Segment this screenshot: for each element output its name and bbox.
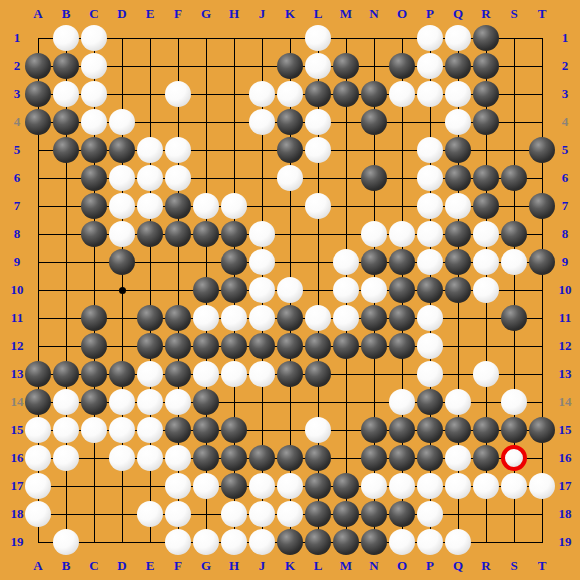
intersection-J13[interactable] (248, 360, 276, 388)
intersection-E12[interactable] (136, 332, 164, 360)
intersection-G2[interactable] (192, 52, 220, 80)
intersection-J14[interactable] (248, 388, 276, 416)
intersection-G16[interactable] (192, 444, 220, 472)
intersection-F18[interactable] (164, 500, 192, 528)
intersection-E13[interactable] (136, 360, 164, 388)
intersection-N10[interactable] (360, 276, 388, 304)
intersection-S16[interactable] (500, 444, 528, 472)
intersection-L18[interactable] (304, 500, 332, 528)
intersection-S1[interactable] (500, 24, 528, 52)
intersection-C4[interactable] (80, 108, 108, 136)
intersection-S12[interactable] (500, 332, 528, 360)
intersection-H9[interactable] (220, 248, 248, 276)
intersection-D17[interactable] (108, 472, 136, 500)
intersection-O4[interactable] (388, 108, 416, 136)
intersection-H7[interactable] (220, 192, 248, 220)
intersection-L7[interactable] (304, 192, 332, 220)
intersection-Q5[interactable] (444, 136, 472, 164)
intersection-E10[interactable] (136, 276, 164, 304)
intersection-D4[interactable] (108, 108, 136, 136)
intersection-R12[interactable] (472, 332, 500, 360)
intersection-R2[interactable] (472, 52, 500, 80)
intersection-J10[interactable] (248, 276, 276, 304)
intersection-L16[interactable] (304, 444, 332, 472)
intersection-J7[interactable] (248, 192, 276, 220)
intersection-S17[interactable] (500, 472, 528, 500)
intersection-F10[interactable] (164, 276, 192, 304)
intersection-K3[interactable] (276, 80, 304, 108)
intersection-Q18[interactable] (444, 500, 472, 528)
intersection-O3[interactable] (388, 80, 416, 108)
intersection-B12[interactable] (52, 332, 80, 360)
intersection-B6[interactable] (52, 164, 80, 192)
intersection-F9[interactable] (164, 248, 192, 276)
intersection-P18[interactable] (416, 500, 444, 528)
intersection-B19[interactable] (52, 528, 80, 556)
intersection-L17[interactable] (304, 472, 332, 500)
intersection-J1[interactable] (248, 24, 276, 52)
intersection-Q12[interactable] (444, 332, 472, 360)
intersection-B11[interactable] (52, 304, 80, 332)
intersection-B1[interactable] (52, 24, 80, 52)
intersection-P3[interactable] (416, 80, 444, 108)
intersection-K7[interactable] (276, 192, 304, 220)
intersection-G5[interactable] (192, 136, 220, 164)
intersection-F16[interactable] (164, 444, 192, 472)
intersection-R6[interactable] (472, 164, 500, 192)
intersection-M12[interactable] (332, 332, 360, 360)
intersection-H2[interactable] (220, 52, 248, 80)
intersection-E7[interactable] (136, 192, 164, 220)
intersection-Q10[interactable] (444, 276, 472, 304)
intersection-D14[interactable] (108, 388, 136, 416)
intersection-L14[interactable] (304, 388, 332, 416)
intersection-C7[interactable] (80, 192, 108, 220)
intersection-D11[interactable] (108, 304, 136, 332)
intersection-J18[interactable] (248, 500, 276, 528)
intersection-R19[interactable] (472, 528, 500, 556)
intersection-F6[interactable] (164, 164, 192, 192)
intersection-F5[interactable] (164, 136, 192, 164)
intersection-G13[interactable] (192, 360, 220, 388)
intersection-J17[interactable] (248, 472, 276, 500)
intersection-P13[interactable] (416, 360, 444, 388)
intersection-M11[interactable] (332, 304, 360, 332)
intersection-R18[interactable] (472, 500, 500, 528)
intersection-S6[interactable] (500, 164, 528, 192)
intersection-G7[interactable] (192, 192, 220, 220)
intersection-R1[interactable] (472, 24, 500, 52)
intersection-O18[interactable] (388, 500, 416, 528)
intersection-E11[interactable] (136, 304, 164, 332)
intersection-D8[interactable] (108, 220, 136, 248)
intersection-L19[interactable] (304, 528, 332, 556)
intersection-D10[interactable] (108, 276, 136, 304)
intersection-R9[interactable] (472, 248, 500, 276)
intersection-K2[interactable] (276, 52, 304, 80)
intersection-N11[interactable] (360, 304, 388, 332)
intersection-D7[interactable] (108, 192, 136, 220)
intersection-J5[interactable] (248, 136, 276, 164)
intersection-G17[interactable] (192, 472, 220, 500)
intersection-P15[interactable] (416, 416, 444, 444)
intersection-F12[interactable] (164, 332, 192, 360)
intersection-P16[interactable] (416, 444, 444, 472)
intersection-K11[interactable] (276, 304, 304, 332)
intersection-K5[interactable] (276, 136, 304, 164)
intersection-P5[interactable] (416, 136, 444, 164)
intersection-P4[interactable] (416, 108, 444, 136)
intersection-B10[interactable] (52, 276, 80, 304)
intersection-N9[interactable] (360, 248, 388, 276)
intersection-G11[interactable] (192, 304, 220, 332)
intersection-P2[interactable] (416, 52, 444, 80)
intersection-Q16[interactable] (444, 444, 472, 472)
intersection-B15[interactable] (52, 416, 80, 444)
intersection-M5[interactable] (332, 136, 360, 164)
intersection-Q17[interactable] (444, 472, 472, 500)
intersection-L1[interactable] (304, 24, 332, 52)
intersection-P11[interactable] (416, 304, 444, 332)
intersection-Q13[interactable] (444, 360, 472, 388)
intersection-F13[interactable] (164, 360, 192, 388)
intersection-S9[interactable] (500, 248, 528, 276)
intersection-L4[interactable] (304, 108, 332, 136)
intersection-E15[interactable] (136, 416, 164, 444)
intersection-Q8[interactable] (444, 220, 472, 248)
intersection-G9[interactable] (192, 248, 220, 276)
intersection-M16[interactable] (332, 444, 360, 472)
intersection-L13[interactable] (304, 360, 332, 388)
intersection-L9[interactable] (304, 248, 332, 276)
intersection-G19[interactable] (192, 528, 220, 556)
intersection-M8[interactable] (332, 220, 360, 248)
intersection-C11[interactable] (80, 304, 108, 332)
intersection-H12[interactable] (220, 332, 248, 360)
intersection-K12[interactable] (276, 332, 304, 360)
intersection-H14[interactable] (220, 388, 248, 416)
intersection-B4[interactable] (52, 108, 80, 136)
intersection-R11[interactable] (472, 304, 500, 332)
intersection-S7[interactable] (500, 192, 528, 220)
intersection-L12[interactable] (304, 332, 332, 360)
intersection-P19[interactable] (416, 528, 444, 556)
intersection-Q9[interactable] (444, 248, 472, 276)
intersection-K1[interactable] (276, 24, 304, 52)
intersection-H1[interactable] (220, 24, 248, 52)
intersection-S4[interactable] (500, 108, 528, 136)
intersection-P17[interactable] (416, 472, 444, 500)
intersection-G12[interactable] (192, 332, 220, 360)
intersection-O7[interactable] (388, 192, 416, 220)
intersection-N4[interactable] (360, 108, 388, 136)
intersection-D3[interactable] (108, 80, 136, 108)
intersection-E4[interactable] (136, 108, 164, 136)
intersection-S3[interactable] (500, 80, 528, 108)
intersection-M10[interactable] (332, 276, 360, 304)
intersection-D12[interactable] (108, 332, 136, 360)
intersection-E17[interactable] (136, 472, 164, 500)
intersection-E5[interactable] (136, 136, 164, 164)
intersection-Q15[interactable] (444, 416, 472, 444)
intersection-L3[interactable] (304, 80, 332, 108)
intersection-R3[interactable] (472, 80, 500, 108)
intersection-O10[interactable] (388, 276, 416, 304)
intersection-O2[interactable] (388, 52, 416, 80)
intersection-F7[interactable] (164, 192, 192, 220)
intersection-S2[interactable] (500, 52, 528, 80)
intersection-O19[interactable] (388, 528, 416, 556)
intersection-B16[interactable] (52, 444, 80, 472)
intersection-Q3[interactable] (444, 80, 472, 108)
intersection-N15[interactable] (360, 416, 388, 444)
intersection-Q2[interactable] (444, 52, 472, 80)
intersection-K19[interactable] (276, 528, 304, 556)
intersection-H6[interactable] (220, 164, 248, 192)
intersection-K15[interactable] (276, 416, 304, 444)
intersection-K9[interactable] (276, 248, 304, 276)
intersection-J16[interactable] (248, 444, 276, 472)
intersection-S14[interactable] (500, 388, 528, 416)
intersection-G4[interactable] (192, 108, 220, 136)
intersection-O5[interactable] (388, 136, 416, 164)
intersection-E8[interactable] (136, 220, 164, 248)
intersection-G6[interactable] (192, 164, 220, 192)
intersection-C13[interactable] (80, 360, 108, 388)
intersection-B5[interactable] (52, 136, 80, 164)
intersection-F8[interactable] (164, 220, 192, 248)
intersection-D15[interactable] (108, 416, 136, 444)
intersection-O17[interactable] (388, 472, 416, 500)
intersection-H10[interactable] (220, 276, 248, 304)
intersection-E16[interactable] (136, 444, 164, 472)
intersection-F2[interactable] (164, 52, 192, 80)
intersection-N12[interactable] (360, 332, 388, 360)
intersection-E9[interactable] (136, 248, 164, 276)
intersection-E3[interactable] (136, 80, 164, 108)
intersection-J4[interactable] (248, 108, 276, 136)
intersection-K14[interactable] (276, 388, 304, 416)
intersection-M13[interactable] (332, 360, 360, 388)
intersection-H8[interactable] (220, 220, 248, 248)
intersection-F14[interactable] (164, 388, 192, 416)
intersection-B13[interactable] (52, 360, 80, 388)
intersection-C5[interactable] (80, 136, 108, 164)
intersection-P12[interactable] (416, 332, 444, 360)
intersection-K10[interactable] (276, 276, 304, 304)
intersection-K16[interactable] (276, 444, 304, 472)
intersection-L15[interactable] (304, 416, 332, 444)
intersection-O1[interactable] (388, 24, 416, 52)
intersection-C9[interactable] (80, 248, 108, 276)
intersection-F4[interactable] (164, 108, 192, 136)
intersection-D16[interactable] (108, 444, 136, 472)
intersection-C8[interactable] (80, 220, 108, 248)
intersection-P7[interactable] (416, 192, 444, 220)
intersection-C15[interactable] (80, 416, 108, 444)
intersection-J11[interactable] (248, 304, 276, 332)
intersection-Q11[interactable] (444, 304, 472, 332)
intersection-J12[interactable] (248, 332, 276, 360)
intersection-L8[interactable] (304, 220, 332, 248)
intersection-F19[interactable] (164, 528, 192, 556)
intersection-Q7[interactable] (444, 192, 472, 220)
intersection-O14[interactable] (388, 388, 416, 416)
intersection-K8[interactable] (276, 220, 304, 248)
intersection-Q4[interactable] (444, 108, 472, 136)
intersection-N13[interactable] (360, 360, 388, 388)
intersection-K18[interactable] (276, 500, 304, 528)
intersection-M2[interactable] (332, 52, 360, 80)
intersection-N5[interactable] (360, 136, 388, 164)
intersection-N14[interactable] (360, 388, 388, 416)
intersection-H16[interactable] (220, 444, 248, 472)
intersection-H19[interactable] (220, 528, 248, 556)
intersection-M18[interactable] (332, 500, 360, 528)
intersection-B18[interactable] (52, 500, 80, 528)
intersection-N16[interactable] (360, 444, 388, 472)
intersection-C6[interactable] (80, 164, 108, 192)
intersection-G8[interactable] (192, 220, 220, 248)
intersection-F3[interactable] (164, 80, 192, 108)
intersection-E6[interactable] (136, 164, 164, 192)
intersection-R8[interactable] (472, 220, 500, 248)
intersection-P10[interactable] (416, 276, 444, 304)
intersection-H11[interactable] (220, 304, 248, 332)
intersection-P8[interactable] (416, 220, 444, 248)
intersection-B7[interactable] (52, 192, 80, 220)
intersection-M7[interactable] (332, 192, 360, 220)
intersection-R14[interactable] (472, 388, 500, 416)
intersection-R13[interactable] (472, 360, 500, 388)
intersection-F15[interactable] (164, 416, 192, 444)
intersection-L5[interactable] (304, 136, 332, 164)
intersection-E2[interactable] (136, 52, 164, 80)
intersection-L11[interactable] (304, 304, 332, 332)
intersection-J15[interactable] (248, 416, 276, 444)
intersection-M14[interactable] (332, 388, 360, 416)
intersection-C2[interactable] (80, 52, 108, 80)
intersection-C12[interactable] (80, 332, 108, 360)
intersection-J2[interactable] (248, 52, 276, 80)
intersection-N2[interactable] (360, 52, 388, 80)
intersection-E1[interactable] (136, 24, 164, 52)
intersection-D9[interactable] (108, 248, 136, 276)
intersection-R15[interactable] (472, 416, 500, 444)
intersection-D5[interactable] (108, 136, 136, 164)
intersection-H4[interactable] (220, 108, 248, 136)
intersection-N3[interactable] (360, 80, 388, 108)
intersection-G10[interactable] (192, 276, 220, 304)
intersection-N18[interactable] (360, 500, 388, 528)
intersection-L6[interactable] (304, 164, 332, 192)
intersection-N7[interactable] (360, 192, 388, 220)
intersection-D19[interactable] (108, 528, 136, 556)
intersection-K6[interactable] (276, 164, 304, 192)
intersection-J9[interactable] (248, 248, 276, 276)
intersection-S18[interactable] (500, 500, 528, 528)
intersection-H13[interactable] (220, 360, 248, 388)
intersection-O16[interactable] (388, 444, 416, 472)
intersection-F17[interactable] (164, 472, 192, 500)
intersection-C14[interactable] (80, 388, 108, 416)
intersection-R16[interactable] (472, 444, 500, 472)
intersection-O15[interactable] (388, 416, 416, 444)
intersection-R10[interactable] (472, 276, 500, 304)
intersection-F1[interactable] (164, 24, 192, 52)
intersection-O12[interactable] (388, 332, 416, 360)
intersection-H15[interactable] (220, 416, 248, 444)
intersection-K4[interactable] (276, 108, 304, 136)
intersection-M3[interactable] (332, 80, 360, 108)
intersection-P1[interactable] (416, 24, 444, 52)
intersection-J6[interactable] (248, 164, 276, 192)
intersection-S5[interactable] (500, 136, 528, 164)
intersection-C3[interactable] (80, 80, 108, 108)
intersection-C19[interactable] (80, 528, 108, 556)
intersection-B3[interactable] (52, 80, 80, 108)
intersection-R4[interactable] (472, 108, 500, 136)
intersection-H18[interactable] (220, 500, 248, 528)
intersection-H3[interactable] (220, 80, 248, 108)
intersection-J8[interactable] (248, 220, 276, 248)
intersection-D18[interactable] (108, 500, 136, 528)
intersection-O8[interactable] (388, 220, 416, 248)
intersection-G14[interactable] (192, 388, 220, 416)
intersection-L10[interactable] (304, 276, 332, 304)
intersection-N6[interactable] (360, 164, 388, 192)
intersection-B2[interactable] (52, 52, 80, 80)
intersection-G1[interactable] (192, 24, 220, 52)
intersection-N19[interactable] (360, 528, 388, 556)
intersection-K17[interactable] (276, 472, 304, 500)
intersection-Q6[interactable] (444, 164, 472, 192)
intersection-E19[interactable] (136, 528, 164, 556)
intersection-P14[interactable] (416, 388, 444, 416)
intersection-M9[interactable] (332, 248, 360, 276)
intersection-P9[interactable] (416, 248, 444, 276)
intersection-Q1[interactable] (444, 24, 472, 52)
intersection-J19[interactable] (248, 528, 276, 556)
intersection-S13[interactable] (500, 360, 528, 388)
intersection-N8[interactable] (360, 220, 388, 248)
intersection-S10[interactable] (500, 276, 528, 304)
intersection-D1[interactable] (108, 24, 136, 52)
intersection-R17[interactable] (472, 472, 500, 500)
intersection-G18[interactable] (192, 500, 220, 528)
intersection-E18[interactable] (136, 500, 164, 528)
intersection-D13[interactable] (108, 360, 136, 388)
intersection-J3[interactable] (248, 80, 276, 108)
intersection-B14[interactable] (52, 388, 80, 416)
intersection-C16[interactable] (80, 444, 108, 472)
intersection-B9[interactable] (52, 248, 80, 276)
intersection-C1[interactable] (80, 24, 108, 52)
intersection-O11[interactable] (388, 304, 416, 332)
intersection-B17[interactable] (52, 472, 80, 500)
intersection-M1[interactable] (332, 24, 360, 52)
intersection-C18[interactable] (80, 500, 108, 528)
intersection-Q19[interactable] (444, 528, 472, 556)
intersection-S8[interactable] (500, 220, 528, 248)
intersection-N1[interactable] (360, 24, 388, 52)
intersection-Q14[interactable] (444, 388, 472, 416)
intersection-O13[interactable] (388, 360, 416, 388)
intersection-S19[interactable] (500, 528, 528, 556)
intersection-G3[interactable] (192, 80, 220, 108)
intersection-O9[interactable] (388, 248, 416, 276)
intersection-C10[interactable] (80, 276, 108, 304)
